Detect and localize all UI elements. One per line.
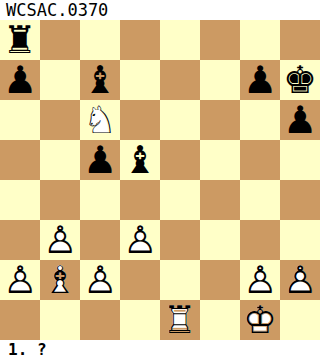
square-f4[interactable] xyxy=(200,180,240,220)
chess-app-window: WCSAC.0370 ♜♟♝♟♚♞♘♟♟♝♟♙♟♙♟♙♝♗♟♙♟♙♟♙♜♖♚♔ … xyxy=(0,0,320,360)
square-e5[interactable] xyxy=(160,140,200,180)
piece-black-bishop[interactable]: ♝ xyxy=(80,60,120,100)
square-c6[interactable]: ♞♘ xyxy=(80,100,120,140)
square-g2[interactable]: ♟♙ xyxy=(240,260,280,300)
square-a3[interactable] xyxy=(0,220,40,260)
square-g6[interactable] xyxy=(240,100,280,140)
square-b1[interactable] xyxy=(40,300,80,340)
square-f3[interactable] xyxy=(200,220,240,260)
square-f1[interactable] xyxy=(200,300,240,340)
square-f6[interactable] xyxy=(200,100,240,140)
move-bar: 1. ? xyxy=(0,340,320,360)
piece-black-pawn[interactable]: ♟ xyxy=(280,100,320,140)
square-d6[interactable] xyxy=(120,100,160,140)
square-c8[interactable] xyxy=(80,20,120,60)
square-g8[interactable] xyxy=(240,20,280,60)
piece-black-king[interactable]: ♚ xyxy=(280,60,320,100)
square-d7[interactable] xyxy=(120,60,160,100)
square-g7[interactable]: ♟ xyxy=(240,60,280,100)
square-g1[interactable]: ♚♔ xyxy=(240,300,280,340)
square-h3[interactable] xyxy=(280,220,320,260)
square-f2[interactable] xyxy=(200,260,240,300)
square-h2[interactable]: ♟♙ xyxy=(280,260,320,300)
square-a5[interactable] xyxy=(0,140,40,180)
square-a8[interactable]: ♜ xyxy=(0,20,40,60)
square-h6[interactable]: ♟ xyxy=(280,100,320,140)
square-b2[interactable]: ♝♗ xyxy=(40,260,80,300)
square-g3[interactable] xyxy=(240,220,280,260)
piece-white-pawn[interactable]: ♙ xyxy=(120,220,160,260)
square-c2[interactable]: ♟♙ xyxy=(80,260,120,300)
square-a6[interactable] xyxy=(0,100,40,140)
square-c4[interactable] xyxy=(80,180,120,220)
square-c5[interactable]: ♟ xyxy=(80,140,120,180)
piece-black-pawn[interactable]: ♟ xyxy=(80,140,120,180)
square-f5[interactable] xyxy=(200,140,240,180)
piece-white-rook[interactable]: ♖ xyxy=(160,300,200,340)
piece-white-pawn[interactable]: ♙ xyxy=(240,260,280,300)
puzzle-title: WCSAC.0370 xyxy=(6,0,108,20)
square-g4[interactable] xyxy=(240,180,280,220)
square-h7[interactable]: ♚ xyxy=(280,60,320,100)
square-h4[interactable] xyxy=(280,180,320,220)
square-g5[interactable] xyxy=(240,140,280,180)
square-b7[interactable] xyxy=(40,60,80,100)
square-a7[interactable]: ♟ xyxy=(0,60,40,100)
title-bar: WCSAC.0370 xyxy=(0,0,320,20)
square-h1[interactable] xyxy=(280,300,320,340)
square-e4[interactable] xyxy=(160,180,200,220)
square-e7[interactable] xyxy=(160,60,200,100)
square-c7[interactable]: ♝ xyxy=(80,60,120,100)
piece-white-pawn[interactable]: ♙ xyxy=(0,260,40,300)
square-f7[interactable] xyxy=(200,60,240,100)
square-h5[interactable] xyxy=(280,140,320,180)
square-d2[interactable] xyxy=(120,260,160,300)
square-c3[interactable] xyxy=(80,220,120,260)
square-c1[interactable] xyxy=(80,300,120,340)
square-d4[interactable] xyxy=(120,180,160,220)
square-a1[interactable] xyxy=(0,300,40,340)
chess-board: ♜♟♝♟♚♞♘♟♟♝♟♙♟♙♟♙♝♗♟♙♟♙♟♙♜♖♚♔ xyxy=(0,20,320,340)
square-f8[interactable] xyxy=(200,20,240,60)
square-b6[interactable] xyxy=(40,100,80,140)
piece-white-bishop[interactable]: ♗ xyxy=(40,260,80,300)
square-e6[interactable] xyxy=(160,100,200,140)
square-d1[interactable] xyxy=(120,300,160,340)
square-b3[interactable]: ♟♙ xyxy=(40,220,80,260)
square-b5[interactable] xyxy=(40,140,80,180)
move-prompt: 1. ? xyxy=(8,340,47,360)
square-e8[interactable] xyxy=(160,20,200,60)
piece-black-bishop[interactable]: ♝ xyxy=(120,140,160,180)
square-b8[interactable] xyxy=(40,20,80,60)
square-h8[interactable] xyxy=(280,20,320,60)
square-e2[interactable] xyxy=(160,260,200,300)
square-d5[interactable]: ♝ xyxy=(120,140,160,180)
piece-white-king[interactable]: ♔ xyxy=(240,300,280,340)
square-e1[interactable]: ♜♖ xyxy=(160,300,200,340)
piece-white-pawn[interactable]: ♙ xyxy=(80,260,120,300)
square-d8[interactable] xyxy=(120,20,160,60)
square-b4[interactable] xyxy=(40,180,80,220)
piece-white-pawn[interactable]: ♙ xyxy=(280,260,320,300)
square-a2[interactable]: ♟♙ xyxy=(0,260,40,300)
square-d3[interactable]: ♟♙ xyxy=(120,220,160,260)
piece-white-knight[interactable]: ♘ xyxy=(80,100,120,140)
piece-black-pawn[interactable]: ♟ xyxy=(0,60,40,100)
square-a4[interactable] xyxy=(0,180,40,220)
piece-black-pawn[interactable]: ♟ xyxy=(240,60,280,100)
piece-black-rook[interactable]: ♜ xyxy=(0,20,40,60)
piece-white-pawn[interactable]: ♙ xyxy=(40,220,80,260)
square-e3[interactable] xyxy=(160,220,200,260)
